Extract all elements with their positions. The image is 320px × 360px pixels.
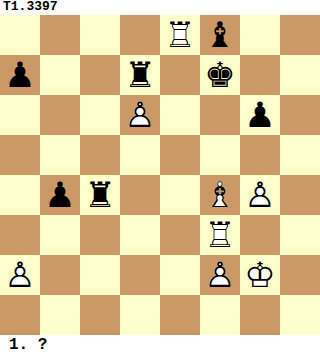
square-a3[interactable] — [0, 215, 40, 255]
square-e3[interactable] — [160, 215, 200, 255]
square-c7[interactable] — [80, 55, 120, 95]
square-h4[interactable] — [280, 175, 320, 215]
square-f2[interactable]: ♟♙ — [200, 255, 240, 295]
black-pawn-icon[interactable]: ♟ — [0, 55, 40, 95]
square-b7[interactable] — [40, 55, 80, 95]
square-h3[interactable] — [280, 215, 320, 255]
square-c3[interactable] — [80, 215, 120, 255]
square-g6[interactable]: ♟ — [240, 95, 280, 135]
square-c4[interactable]: ♜ — [80, 175, 120, 215]
footer-bar: 1. ? — [0, 335, 320, 360]
black-rook-icon[interactable]: ♜ — [80, 175, 120, 215]
square-f6[interactable] — [200, 95, 240, 135]
move-prompt: 1. ? — [9, 336, 47, 354]
square-b1[interactable] — [40, 295, 80, 335]
square-h2[interactable] — [280, 255, 320, 295]
square-g4[interactable]: ♟♙ — [240, 175, 280, 215]
square-c8[interactable] — [80, 15, 120, 55]
square-e1[interactable] — [160, 295, 200, 335]
square-g2[interactable]: ♚♔ — [240, 255, 280, 295]
square-g8[interactable] — [240, 15, 280, 55]
square-e4[interactable] — [160, 175, 200, 215]
square-d1[interactable] — [120, 295, 160, 335]
white-pawn-outline-icon: ♙ — [0, 255, 40, 295]
square-b6[interactable] — [40, 95, 80, 135]
square-e5[interactable] — [160, 135, 200, 175]
square-d2[interactable] — [120, 255, 160, 295]
square-f8[interactable]: ♝ — [200, 15, 240, 55]
square-g1[interactable] — [240, 295, 280, 335]
square-b2[interactable] — [40, 255, 80, 295]
square-h5[interactable] — [280, 135, 320, 175]
white-pawn-outline-icon: ♙ — [240, 175, 280, 215]
square-e7[interactable] — [160, 55, 200, 95]
white-bishop-outline-icon: ♗ — [200, 175, 240, 215]
square-a1[interactable] — [0, 295, 40, 335]
square-e6[interactable] — [160, 95, 200, 135]
square-a2[interactable]: ♟♙ — [0, 255, 40, 295]
square-g7[interactable] — [240, 55, 280, 95]
square-b4[interactable]: ♟ — [40, 175, 80, 215]
white-king-outline-icon: ♔ — [240, 255, 280, 295]
chess-app-window: T1.3397 ♜♖♝♟♜♚♟♙♟♟♜♝♗♟♙♜♖♟♙♟♙♚♔ 1. ? — [0, 0, 320, 360]
square-d5[interactable] — [120, 135, 160, 175]
square-c5[interactable] — [80, 135, 120, 175]
square-f1[interactable] — [200, 295, 240, 335]
black-rook-icon[interactable]: ♜ — [120, 55, 160, 95]
square-a5[interactable] — [0, 135, 40, 175]
square-d6[interactable]: ♟♙ — [120, 95, 160, 135]
square-f3[interactable]: ♜♖ — [200, 215, 240, 255]
chess-board[interactable]: ♜♖♝♟♜♚♟♙♟♟♜♝♗♟♙♜♖♟♙♟♙♚♔ — [0, 15, 320, 335]
square-b5[interactable] — [40, 135, 80, 175]
white-pawn-outline-icon: ♙ — [120, 95, 160, 135]
square-f5[interactable] — [200, 135, 240, 175]
square-d4[interactable] — [120, 175, 160, 215]
title-bar: T1.3397 — [0, 0, 320, 15]
black-bishop-icon[interactable]: ♝ — [200, 15, 240, 55]
square-h1[interactable] — [280, 295, 320, 335]
square-h8[interactable] — [280, 15, 320, 55]
square-d7[interactable]: ♜ — [120, 55, 160, 95]
white-rook-outline-icon: ♖ — [160, 15, 200, 55]
square-h6[interactable] — [280, 95, 320, 135]
white-pawn-outline-icon: ♙ — [200, 255, 240, 295]
square-d8[interactable] — [120, 15, 160, 55]
square-b8[interactable] — [40, 15, 80, 55]
square-b3[interactable] — [40, 215, 80, 255]
black-king-icon[interactable]: ♚ — [200, 55, 240, 95]
square-c2[interactable] — [80, 255, 120, 295]
square-f4[interactable]: ♝♗ — [200, 175, 240, 215]
black-pawn-icon[interactable]: ♟ — [40, 175, 80, 215]
square-g5[interactable] — [240, 135, 280, 175]
square-a8[interactable] — [0, 15, 40, 55]
white-rook-outline-icon: ♖ — [200, 215, 240, 255]
square-a6[interactable] — [0, 95, 40, 135]
square-c6[interactable] — [80, 95, 120, 135]
black-pawn-icon[interactable]: ♟ — [240, 95, 280, 135]
square-a4[interactable] — [0, 175, 40, 215]
square-g3[interactable] — [240, 215, 280, 255]
puzzle-id: T1.3397 — [3, 0, 58, 14]
square-a7[interactable]: ♟ — [0, 55, 40, 95]
square-d3[interactable] — [120, 215, 160, 255]
square-e2[interactable] — [160, 255, 200, 295]
square-f7[interactable]: ♚ — [200, 55, 240, 95]
square-e8[interactable]: ♜♖ — [160, 15, 200, 55]
square-c1[interactable] — [80, 295, 120, 335]
square-h7[interactable] — [280, 55, 320, 95]
